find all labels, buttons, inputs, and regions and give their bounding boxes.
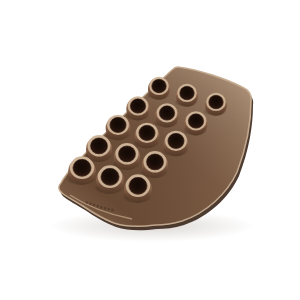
- cavity-opening: [209, 95, 223, 108]
- cavity-r1c1: [146, 78, 170, 101]
- cavity-opening: [73, 159, 91, 176]
- cavity-r2c1: [124, 97, 149, 121]
- cavity-opening: [110, 117, 126, 132]
- cavity-opening: [152, 79, 166, 92]
- cavity-opening: [129, 177, 147, 194]
- cavity-opening: [119, 146, 136, 162]
- product-photo: [0, 0, 300, 300]
- cavity-opening: [189, 114, 204, 128]
- cavity-r3c1: [104, 116, 131, 141]
- cavity-opening: [180, 86, 194, 99]
- cavity-opening: [131, 99, 146, 113]
- cavity-opening: [139, 125, 155, 140]
- cavity-opening: [91, 138, 108, 154]
- cavity-r5c1: [66, 157, 96, 185]
- mould-illustration: [0, 0, 300, 300]
- cavity-opening: [101, 168, 119, 185]
- cavity-opening: [168, 133, 184, 148]
- cavity-opening: [160, 106, 175, 120]
- cavity-opening: [147, 154, 164, 170]
